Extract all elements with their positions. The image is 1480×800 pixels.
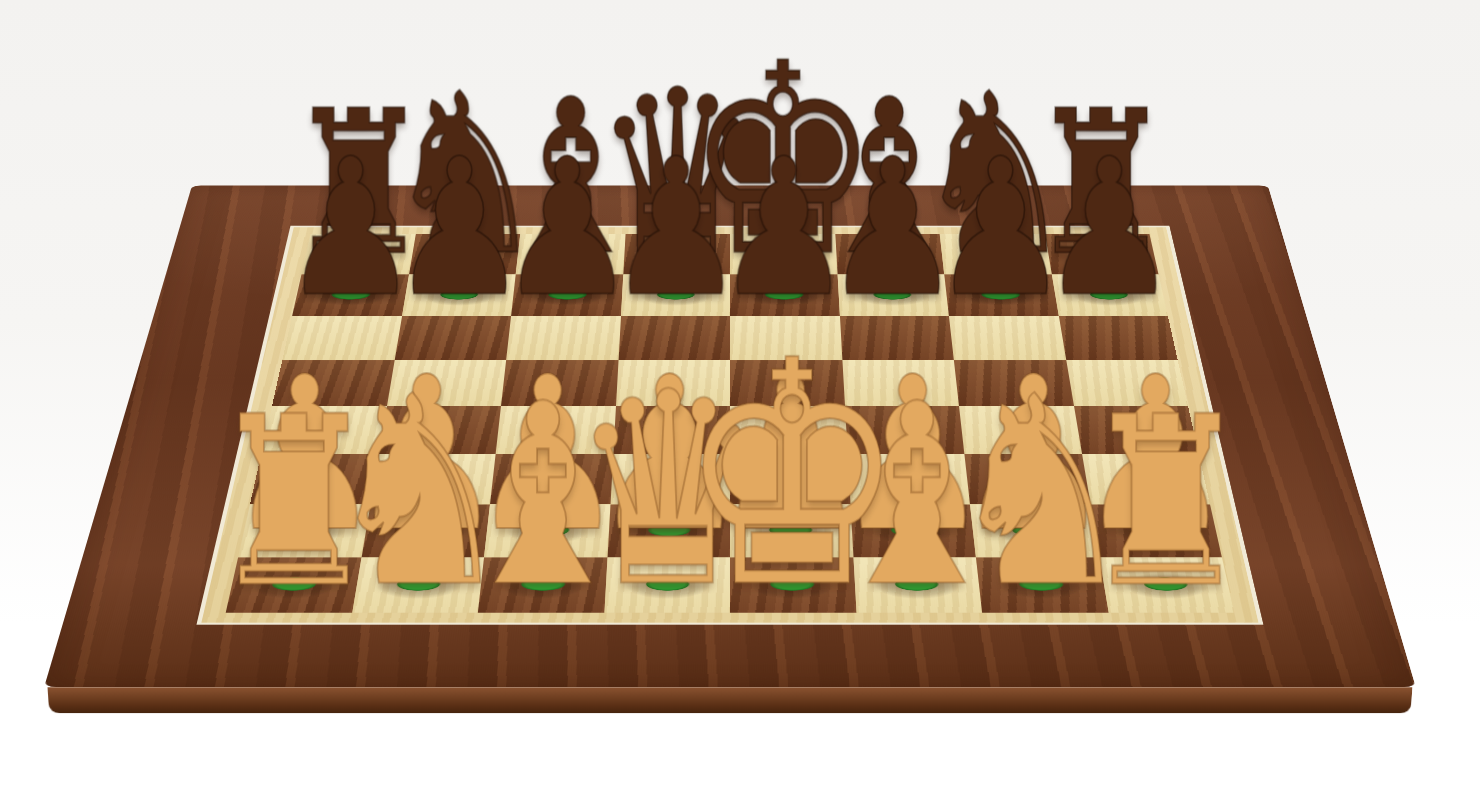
- square-h1[interactable]: ♜: [1099, 557, 1234, 613]
- page-background: ♜♞♝♛♚♝♞♜♟♟♟♟♟♟♟♟♟♟♟♟♟♟♟♟♜♞♝♛♚♝♞♜: [0, 0, 1480, 800]
- board-front-edge: [47, 687, 1412, 713]
- board-squares: ♜♞♝♛♚♝♞♜♟♟♟♟♟♟♟♟♟♟♟♟♟♟♟♟♜♞♝♛♚♝♞♜: [226, 234, 1235, 613]
- chessboard: ♜♞♝♛♚♝♞♜♟♟♟♟♟♟♟♟♟♟♟♟♟♟♟♟♜♞♝♛♚♝♞♜: [44, 185, 1416, 687]
- piece-black-pawn-h7[interactable]: ♟: [1040, 133, 1179, 322]
- piece-white-rook-h1[interactable]: ♜: [1080, 385, 1252, 619]
- chessboard-scene: ♜♞♝♛♚♝♞♜♟♟♟♟♟♟♟♟♟♟♟♟♟♟♟♟♜♞♝♛♚♝♞♜: [0, 0, 1480, 800]
